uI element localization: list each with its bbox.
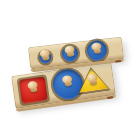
three-shape-puzzle-board <box>11 62 116 109</box>
wooden-knob[interactable] <box>64 45 75 58</box>
wooden-knob[interactable] <box>39 49 50 62</box>
wooden-knob[interactable] <box>62 75 74 88</box>
piece-red-square[interactable] <box>19 77 48 104</box>
wooden-knob[interactable] <box>91 42 102 55</box>
wooden-knob[interactable] <box>27 81 39 94</box>
brand-stamp <box>107 96 113 99</box>
brand-stamp <box>115 59 121 62</box>
piece-yellow-triangle[interactable] <box>76 67 109 93</box>
piece-medium-blue-circle[interactable] <box>61 45 79 63</box>
piece-small-blue-circle[interactable] <box>39 51 52 64</box>
puzzle-scene <box>0 0 140 140</box>
piece-large-blue-circle[interactable] <box>86 40 108 62</box>
wooden-knob[interactable] <box>87 73 99 86</box>
